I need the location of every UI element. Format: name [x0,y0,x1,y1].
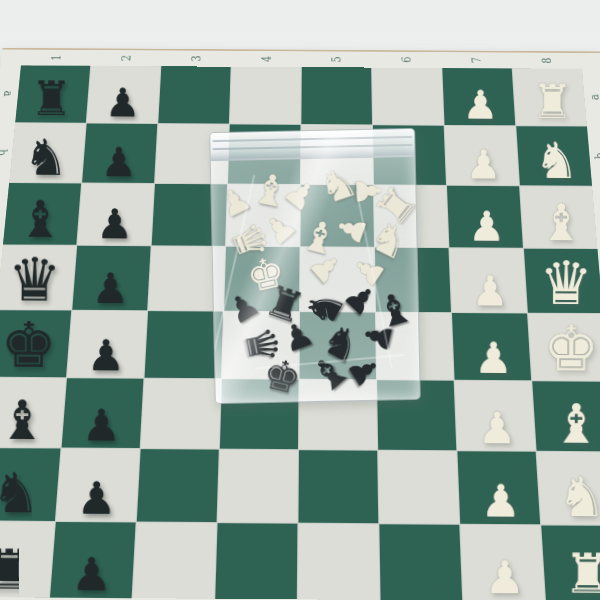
square-h1: ♜ [0,521,55,597]
square-b7: ♟ [445,126,519,186]
square-g3 [137,449,219,522]
coordinate-label-a: a [561,88,600,106]
black-pawn: ♟ [76,478,116,521]
black-bishop: ♝ [0,395,46,447]
square-h7: ♟ [460,525,545,600]
coordinate-label-d: d [576,271,600,292]
square-c7: ♟ [447,186,523,248]
coordinate-label-b: b [566,147,600,166]
square-f7: ♟ [455,381,536,451]
bag-black-piece: ♚ [259,352,306,402]
square-h2: ♟ [50,522,136,598]
square-g5 [298,450,378,523]
coordinate-label-a: a [0,84,41,102]
square-c2: ♟ [77,183,154,245]
white-pawn: ♟ [465,146,501,185]
black-pawn: ♟ [70,553,111,597]
black-pawn: ♟ [91,269,129,309]
white-pawn: ♟ [474,338,513,379]
chess-set-photo: 12345678 abcdefgh ♜♟♟♜♞♟♟♞♝♟♟♝♛♟♟♛♚♟♟♚♝♟… [0,0,600,600]
coordinate-label-b: b [0,143,36,162]
white-pawn: ♟ [480,480,520,523]
square-f8: ♝ [532,381,600,451]
coordinate-label-7: 7 [466,31,487,91]
bag-black-piece: ♟ [358,318,398,356]
white-pawn: ♟ [462,87,498,125]
square-h3 [133,523,217,599]
coordinate-label-5: 5 [327,30,346,90]
square-f2: ♟ [62,378,144,448]
coordinate-label-c: c [571,207,600,227]
square-g2: ♟ [56,449,140,522]
square-h8: ♜ [541,525,600,600]
coordinate-label-8: 8 [535,31,558,91]
white-pawn: ♟ [468,207,505,246]
black-pawn: ♟ [86,336,125,377]
white-pawn: ♟ [484,556,525,600]
square-b2: ♟ [82,124,157,184]
square-g6 [378,451,459,524]
square-d2: ♟ [72,246,150,310]
square-d7: ♟ [449,248,527,312]
white-pawn: ♟ [477,408,517,450]
black-king: ♚ [0,316,57,376]
white-knight: ♞ [556,471,600,524]
square-g1: ♞ [0,448,61,521]
square-g7: ♟ [457,451,540,524]
white-bishop: ♝ [551,398,600,450]
square-f1: ♝ [0,378,66,448]
square-f3 [141,379,221,449]
white-king: ♚ [542,319,599,379]
square-g8: ♞ [537,452,600,525]
square-h5 [298,524,380,600]
white-pawn: ♟ [471,271,509,311]
coordinate-label-6: 6 [397,30,417,90]
square-h6 [379,524,462,600]
square-e1: ♚ [0,310,71,377]
square-h4 [215,523,297,599]
square-e8: ♚ [528,314,600,381]
black-rook: ♜ [0,544,33,596]
square-g4 [218,450,298,523]
coordinate-label-3: 3 [186,29,207,89]
black-pawn: ♟ [104,84,140,122]
coordinate-label-4: 4 [256,29,276,89]
black-pawn: ♟ [96,205,133,244]
coordinate-label-d: d [0,267,24,288]
square-e2: ♟ [67,311,147,378]
white-rook: ♜ [562,548,600,600]
square-e7: ♟ [452,313,531,380]
black-pawn: ♟ [81,405,120,447]
bag-contents: ♟♝♟♞♟♜♛♟♝♟♞♚♟♟♟♜♞♟♝♛♟♞♟♚♝♟ [211,155,420,403]
coordinate-label-2: 2 [115,29,137,89]
coordinate-label-c: c [0,204,30,224]
black-knight: ♞ [0,467,40,520]
plastic-bag: ♟♝♟♞♟♜♛♟♝♟♞♚♟♟♟♜♞♟♝♛♟♞♟♚♝♟ [209,128,421,404]
black-pawn: ♟ [100,144,136,183]
square-e3 [145,311,224,378]
